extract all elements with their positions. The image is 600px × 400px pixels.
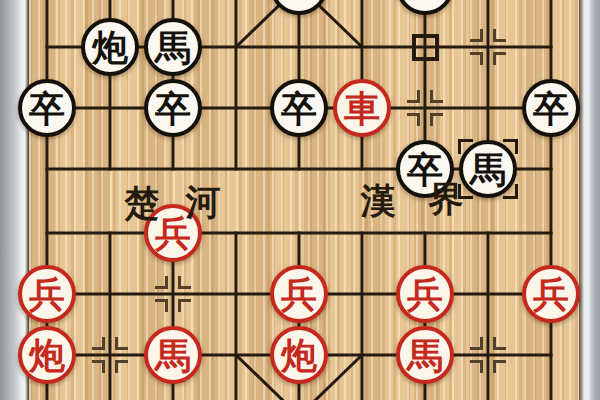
piece-black-soldier-e4[interactable]: 卒 bbox=[270, 79, 328, 137]
piece-glyph: 炮 bbox=[29, 337, 65, 373]
piece-glyph: 馬 bbox=[155, 337, 191, 373]
piece-red-horse-c8[interactable]: 馬 bbox=[144, 326, 202, 384]
piece-glyph: 車 bbox=[344, 90, 380, 126]
piece-glyph: 卒 bbox=[29, 90, 65, 126]
point-marker bbox=[407, 90, 443, 126]
marker-corner bbox=[155, 299, 168, 312]
marker-corner bbox=[115, 360, 128, 373]
piece-glyph: 卒 bbox=[281, 90, 317, 126]
marker-corner bbox=[470, 52, 483, 65]
point-marker bbox=[470, 29, 506, 65]
point-marker bbox=[92, 337, 128, 373]
piece-red-soldier-g7[interactable]: 兵 bbox=[396, 265, 454, 323]
piece-glyph: 兵 bbox=[533, 276, 569, 312]
piece-glyph: 卒 bbox=[533, 90, 569, 126]
piece-red-cannon-a8[interactable]: 炮 bbox=[18, 326, 76, 384]
point-marker bbox=[155, 276, 191, 312]
piece-red-horse-g8[interactable]: 馬 bbox=[396, 326, 454, 384]
river-text-char-3: 界 bbox=[429, 176, 464, 223]
marker-corner bbox=[178, 276, 191, 289]
point-marker bbox=[470, 337, 506, 373]
marker-corner bbox=[493, 337, 506, 350]
piece-red-soldier-e7[interactable]: 兵 bbox=[270, 265, 328, 323]
piece-black-horse-c3[interactable]: 馬 bbox=[144, 18, 202, 76]
marker-corner bbox=[92, 337, 105, 350]
marker-corner bbox=[155, 276, 168, 289]
river-text-char-1: 河 bbox=[186, 179, 221, 226]
piece-red-soldier-i7[interactable]: 兵 bbox=[522, 265, 580, 323]
piece-glyph: 馬 bbox=[155, 29, 191, 65]
piece-black-soldier-c4[interactable]: 卒 bbox=[144, 79, 202, 137]
piece-glyph: 兵 bbox=[29, 276, 65, 312]
piece-glyph: 兵 bbox=[281, 276, 317, 312]
piece-red-soldier-a7[interactable]: 兵 bbox=[18, 265, 76, 323]
marker-corner bbox=[493, 52, 506, 65]
marker-corner bbox=[470, 360, 483, 373]
marker-corner bbox=[178, 299, 191, 312]
piece-black-soldier-a4[interactable]: 卒 bbox=[18, 79, 76, 137]
last-move-from-marker bbox=[412, 34, 439, 61]
river-text-char-2: 漢 bbox=[361, 178, 396, 225]
piece-red-chariot-f4[interactable]: 車 bbox=[333, 79, 391, 137]
marker-corner bbox=[470, 337, 483, 350]
piece-black-soldier-i4[interactable]: 卒 bbox=[522, 79, 580, 137]
piece-glyph: 炮 bbox=[92, 29, 128, 65]
marker-corner bbox=[430, 90, 443, 103]
piece-glyph: 炮 bbox=[281, 337, 317, 373]
piece-black-horse-h5[interactable]: 馬 bbox=[459, 140, 517, 198]
piece-glyph: 馬 bbox=[470, 151, 506, 187]
piece-red-cannon-e8[interactable]: 炮 bbox=[270, 326, 328, 384]
piece-glyph: 兵 bbox=[407, 276, 443, 312]
marker-corner bbox=[407, 113, 420, 126]
marker-corner bbox=[115, 337, 128, 350]
marker-corner bbox=[470, 29, 483, 42]
xiangqi-board-screenshot: 炮馬卒卒卒車卒卒馬兵兵兵兵兵炮馬炮馬楚河漢界 bbox=[0, 0, 600, 400]
marker-corner bbox=[493, 360, 506, 373]
piece-glyph: 卒 bbox=[155, 90, 191, 126]
marker-corner bbox=[92, 360, 105, 373]
marker-corner bbox=[430, 113, 443, 126]
river-text-char-0: 楚 bbox=[125, 180, 160, 227]
marker-corner bbox=[493, 29, 506, 42]
piece-glyph: 馬 bbox=[407, 337, 443, 373]
piece-black-cannon-b3[interactable]: 炮 bbox=[81, 18, 139, 76]
marker-corner bbox=[407, 90, 420, 103]
